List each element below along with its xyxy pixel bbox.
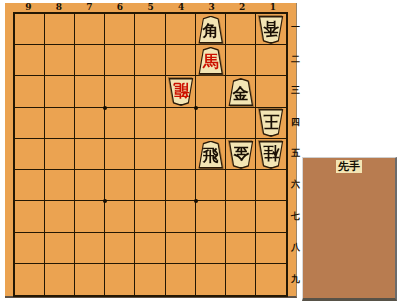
shogi-piece[interactable]: 金 (228, 141, 254, 169)
board-cell[interactable] (226, 170, 256, 201)
rank-label: 七 (289, 201, 302, 232)
shogi-diagram: 987654321 角香馬龍金王飛金桂 一二三四五六七八九 先手 (0, 0, 400, 306)
rank-label: 六 (289, 169, 302, 200)
board-cell[interactable] (135, 233, 165, 264)
board-cell[interactable] (105, 201, 135, 232)
file-label: 8 (44, 3, 75, 12)
shogi-piece[interactable]: 王 (258, 109, 284, 137)
shogi-piece[interactable]: 金 (228, 78, 254, 106)
board-cell[interactable] (15, 233, 45, 264)
rank-label: 三 (289, 75, 302, 106)
board-cell[interactable] (75, 14, 105, 45)
board-cell[interactable] (105, 233, 135, 264)
piece-glyph: 角 (198, 16, 224, 44)
board-cell[interactable] (75, 76, 105, 107)
board-cell[interactable] (135, 108, 165, 139)
board-cell[interactable] (105, 170, 135, 201)
board-cell[interactable] (75, 201, 105, 232)
board-cell[interactable] (166, 264, 196, 295)
shogi-piece[interactable]: 馬 (198, 47, 224, 75)
board-cell[interactable] (256, 264, 286, 295)
board-cell[interactable] (45, 45, 75, 76)
file-label: 5 (135, 3, 166, 12)
board-cell[interactable] (256, 201, 286, 232)
board-cell[interactable] (15, 201, 45, 232)
komadai-title: 先手 (336, 160, 362, 173)
shogi-piece[interactable]: 龍 (168, 78, 194, 106)
rank-label: 四 (289, 106, 302, 137)
board-cell[interactable] (256, 170, 286, 201)
piece-glyph: 龍 (168, 78, 194, 106)
board-cell[interactable] (166, 233, 196, 264)
board-cell[interactable] (196, 264, 226, 295)
board-cell[interactable] (45, 14, 75, 45)
board-cell[interactable] (256, 45, 286, 76)
board-cell[interactable] (135, 264, 165, 295)
file-labels: 987654321 (13, 3, 288, 12)
board-cell[interactable] (166, 201, 196, 232)
board-cell[interactable] (15, 264, 45, 295)
board-cell[interactable] (15, 108, 45, 139)
rank-labels: 一二三四五六七八九 (289, 12, 302, 295)
board-cell[interactable] (105, 264, 135, 295)
board-cell[interactable] (166, 170, 196, 201)
shogi-piece[interactable]: 角 (198, 16, 224, 44)
board-cell[interactable] (256, 233, 286, 264)
board-cell[interactable] (105, 45, 135, 76)
board-cell[interactable] (15, 14, 45, 45)
file-label: 9 (13, 3, 44, 12)
board-cell[interactable] (45, 264, 75, 295)
board-cell[interactable] (196, 76, 226, 107)
shogi-piece[interactable]: 香 (258, 16, 284, 44)
piece-glyph: 飛 (198, 141, 224, 169)
board-grid: 角香馬龍金王飛金桂 (13, 12, 288, 297)
board-cell[interactable] (166, 139, 196, 170)
piece-glyph: 香 (258, 16, 284, 44)
board-cell[interactable] (75, 170, 105, 201)
board-cell[interactable] (105, 108, 135, 139)
board-cell[interactable] (226, 14, 256, 45)
rank-label: 二 (289, 43, 302, 74)
board-cell[interactable] (75, 233, 105, 264)
rank-label: 五 (289, 138, 302, 169)
board-cell[interactable] (135, 139, 165, 170)
board-cell[interactable] (45, 139, 75, 170)
board-cell[interactable] (45, 233, 75, 264)
board-cell[interactable] (15, 139, 45, 170)
board-cell[interactable] (45, 170, 75, 201)
board-cell[interactable] (196, 201, 226, 232)
board-cell[interactable] (105, 14, 135, 45)
board-cell[interactable] (45, 76, 75, 107)
shogi-board: 987654321 角香馬龍金王飛金桂 一二三四五六七八九 (5, 3, 297, 298)
rank-label: 八 (289, 232, 302, 263)
file-label: 7 (74, 3, 105, 12)
board-cell[interactable] (135, 45, 165, 76)
board-cell[interactable] (196, 233, 226, 264)
board-cell[interactable] (166, 45, 196, 76)
file-label: 4 (166, 3, 197, 12)
board-cell[interactable] (256, 76, 286, 107)
board-cell[interactable] (135, 170, 165, 201)
piece-glyph: 馬 (198, 47, 224, 75)
file-label: 3 (196, 3, 227, 12)
piece-glyph: 王 (258, 109, 284, 137)
board-cell[interactable] (15, 170, 45, 201)
board-cell[interactable] (105, 76, 135, 107)
board-cell[interactable] (135, 201, 165, 232)
star-point (194, 106, 198, 110)
piece-glyph: 金 (228, 141, 254, 169)
rank-label: 一 (289, 12, 302, 43)
board-cell[interactable] (75, 45, 105, 76)
board-cell[interactable] (15, 76, 45, 107)
board-cell[interactable] (15, 45, 45, 76)
shogi-piece[interactable]: 桂 (258, 141, 284, 169)
board-cell[interactable] (135, 76, 165, 107)
board-cell[interactable] (166, 14, 196, 45)
board-cell[interactable] (166, 108, 196, 139)
board-cell[interactable] (226, 108, 256, 139)
board-cell[interactable] (45, 201, 75, 232)
sente-komadai: 先手 (302, 157, 397, 301)
board-cell[interactable] (226, 264, 256, 295)
piece-glyph: 桂 (258, 141, 284, 169)
board-cell[interactable] (226, 45, 256, 76)
board-cell[interactable] (135, 14, 165, 45)
board-cell[interactable] (105, 139, 135, 170)
board-cell[interactable] (75, 264, 105, 295)
board-cell[interactable] (196, 108, 226, 139)
piece-glyph: 金 (228, 78, 254, 106)
board-cell[interactable] (226, 201, 256, 232)
board-cell[interactable] (75, 139, 105, 170)
rank-label: 九 (289, 264, 302, 295)
file-label: 2 (227, 3, 258, 12)
file-label: 1 (258, 3, 289, 12)
file-label: 6 (105, 3, 136, 12)
board-cell[interactable] (75, 108, 105, 139)
shogi-piece[interactable]: 飛 (198, 141, 224, 169)
board-cell[interactable] (45, 108, 75, 139)
board-cell[interactable] (196, 170, 226, 201)
board-cell[interactable] (226, 233, 256, 264)
